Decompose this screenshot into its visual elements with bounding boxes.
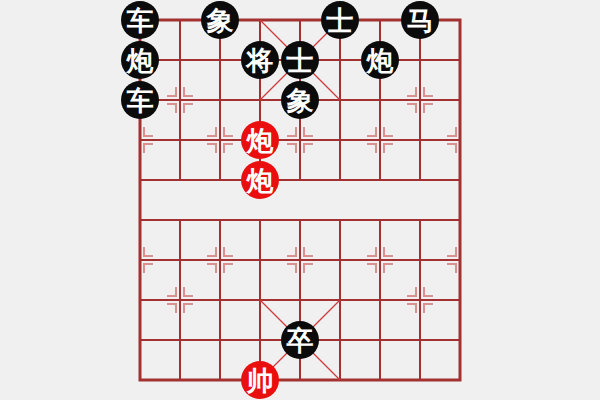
board-point[interactable] — [400, 80, 440, 120]
board-point[interactable] — [440, 160, 480, 200]
piece-black-elephant[interactable]: 象 — [281, 81, 319, 119]
board-point[interactable]: 象 — [280, 80, 320, 120]
board-point[interactable] — [120, 120, 160, 160]
board-point[interactable] — [320, 200, 360, 240]
board-point[interactable] — [440, 240, 480, 280]
board-point[interactable] — [440, 280, 480, 320]
board-point[interactable] — [280, 160, 320, 200]
board-point[interactable]: 将 — [240, 40, 280, 80]
board-point[interactable] — [160, 280, 200, 320]
board-point[interactable] — [200, 160, 240, 200]
board-point[interactable] — [120, 200, 160, 240]
board-point[interactable] — [280, 120, 320, 160]
board-point[interactable] — [160, 320, 200, 360]
board-point[interactable] — [320, 40, 360, 80]
board-point[interactable] — [360, 0, 400, 40]
piece-black-elephant[interactable]: 象 — [201, 1, 239, 39]
board-point[interactable]: 车 — [120, 0, 160, 40]
board-point[interactable]: 炮 — [240, 160, 280, 200]
board-point[interactable] — [120, 360, 160, 400]
board-point[interactable]: 象 — [200, 0, 240, 40]
board-point[interactable] — [280, 200, 320, 240]
piece-black-advisor[interactable]: 士 — [281, 41, 319, 79]
board-point[interactable] — [200, 200, 240, 240]
board-point[interactable] — [360, 200, 400, 240]
board-point[interactable] — [200, 320, 240, 360]
board-point[interactable] — [320, 120, 360, 160]
piece-black-cannon[interactable]: 炮 — [121, 41, 159, 79]
board-point[interactable]: 卒 — [280, 320, 320, 360]
board-point[interactable] — [280, 0, 320, 40]
board-point[interactable] — [360, 320, 400, 360]
piece-red-general[interactable]: 帅 — [241, 361, 279, 399]
piece-black-advisor[interactable]: 士 — [321, 1, 359, 39]
piece-black-chariot[interactable]: 车 — [121, 81, 159, 119]
piece-black-cannon[interactable]: 炮 — [361, 41, 399, 79]
board-point[interactable] — [400, 40, 440, 80]
board-point[interactable] — [320, 80, 360, 120]
board-point[interactable] — [240, 320, 280, 360]
board-point[interactable] — [440, 80, 480, 120]
board-point[interactable] — [120, 320, 160, 360]
board-point[interactable] — [320, 320, 360, 360]
board-point[interactable] — [160, 160, 200, 200]
board-point[interactable] — [200, 360, 240, 400]
board-point[interactable] — [240, 240, 280, 280]
board-point[interactable] — [240, 280, 280, 320]
piece-black-horse[interactable]: 马 — [401, 1, 439, 39]
board-point[interactable] — [400, 240, 440, 280]
piece-red-cannon[interactable]: 炮 — [241, 121, 279, 159]
board-point[interactable]: 士 — [320, 0, 360, 40]
board-point[interactable] — [160, 80, 200, 120]
board-point[interactable] — [120, 240, 160, 280]
board-point[interactable] — [240, 80, 280, 120]
board-point[interactable] — [400, 320, 440, 360]
board-point[interactable] — [280, 280, 320, 320]
xiangqi-diagram: 车象士马炮将士炮车象炮炮卒帅 — [0, 0, 600, 400]
board-point[interactable] — [440, 200, 480, 240]
board-point[interactable] — [200, 280, 240, 320]
board-point[interactable] — [160, 120, 200, 160]
board-point[interactable]: 炮 — [360, 40, 400, 80]
board-point[interactable] — [320, 360, 360, 400]
board-point[interactable] — [280, 240, 320, 280]
piece-black-chariot[interactable]: 车 — [121, 1, 159, 39]
board-point[interactable]: 炮 — [240, 120, 280, 160]
board-point[interactable] — [320, 280, 360, 320]
board-point[interactable] — [440, 0, 480, 40]
board-point[interactable] — [320, 240, 360, 280]
board-point[interactable] — [160, 200, 200, 240]
board-point[interactable]: 帅 — [240, 360, 280, 400]
board-point[interactable] — [400, 200, 440, 240]
board-point[interactable] — [120, 280, 160, 320]
board-point[interactable] — [400, 280, 440, 320]
board-point[interactable] — [360, 360, 400, 400]
board-point[interactable] — [360, 120, 400, 160]
board-point[interactable] — [360, 160, 400, 200]
board-point[interactable] — [360, 80, 400, 120]
board-point[interactable] — [200, 80, 240, 120]
board-point[interactable] — [360, 280, 400, 320]
board-point[interactable] — [240, 0, 280, 40]
board-point[interactable] — [440, 40, 480, 80]
board-point[interactable] — [200, 240, 240, 280]
board-point[interactable] — [160, 360, 200, 400]
piece-black-general[interactable]: 将 — [241, 41, 279, 79]
xiangqi-board: 车象士马炮将士炮车象炮炮卒帅 — [120, 0, 480, 400]
board-point[interactable] — [400, 160, 440, 200]
board-point[interactable] — [360, 240, 400, 280]
piece-red-cannon[interactable]: 炮 — [241, 161, 279, 199]
board-point[interactable]: 炮 — [120, 40, 160, 80]
board-point[interactable] — [200, 120, 240, 160]
piece-black-soldier[interactable]: 卒 — [281, 321, 319, 359]
board-point[interactable] — [440, 360, 480, 400]
board-point[interactable] — [400, 120, 440, 160]
board-point[interactable]: 士 — [280, 40, 320, 80]
board-point[interactable] — [320, 160, 360, 200]
board-point[interactable] — [400, 360, 440, 400]
board-point[interactable] — [440, 120, 480, 160]
board-point[interactable] — [280, 360, 320, 400]
board-point[interactable] — [120, 160, 160, 200]
board-point[interactable] — [200, 40, 240, 80]
board-point[interactable] — [240, 200, 280, 240]
board-point[interactable] — [160, 240, 200, 280]
board-point[interactable]: 车 — [120, 80, 160, 120]
board-point[interactable] — [160, 0, 200, 40]
board-point[interactable]: 马 — [400, 0, 440, 40]
board-point[interactable] — [160, 40, 200, 80]
board-point[interactable] — [440, 320, 480, 360]
